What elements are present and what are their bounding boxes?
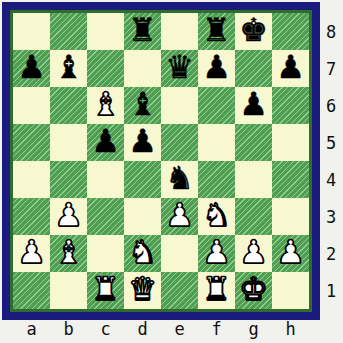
piece-black-queen: ♛ bbox=[165, 50, 194, 86]
file-label-a: a bbox=[13, 318, 50, 340]
square-h2[interactable]: ♟ bbox=[272, 235, 309, 272]
square-f8[interactable]: ♜ bbox=[198, 13, 235, 50]
piece-black-rook: ♜ bbox=[202, 13, 231, 49]
square-g2[interactable]: ♟ bbox=[235, 235, 272, 272]
rank-label-3: 3 bbox=[321, 198, 341, 235]
file-label-f: f bbox=[198, 318, 235, 340]
square-d4[interactable] bbox=[124, 161, 161, 198]
square-b3[interactable]: ♟ bbox=[50, 198, 87, 235]
piece-white-pawn: ♟ bbox=[165, 198, 194, 234]
piece-black-pawn: ♟ bbox=[128, 124, 157, 160]
square-f7[interactable]: ♟ bbox=[198, 50, 235, 87]
file-label-h: h bbox=[272, 318, 309, 340]
square-a7[interactable]: ♟ bbox=[13, 50, 50, 87]
piece-white-bishop: ♝ bbox=[54, 235, 83, 271]
rank-label-7: 7 bbox=[321, 50, 341, 87]
square-e4[interactable]: ♞ bbox=[161, 161, 198, 198]
square-c1[interactable]: ♜ bbox=[87, 272, 124, 309]
square-f1[interactable]: ♜ bbox=[198, 272, 235, 309]
square-c3[interactable] bbox=[87, 198, 124, 235]
square-g4[interactable] bbox=[235, 161, 272, 198]
square-b7[interactable]: ♝ bbox=[50, 50, 87, 87]
square-e1[interactable] bbox=[161, 272, 198, 309]
piece-white-bishop: ♝ bbox=[91, 87, 120, 123]
piece-white-knight: ♞ bbox=[128, 235, 157, 271]
piece-black-pawn: ♟ bbox=[239, 87, 268, 123]
rank-label-4: 4 bbox=[321, 161, 341, 198]
square-g6[interactable]: ♟ bbox=[235, 87, 272, 124]
chess-diagram: ♜♜♚♟♝♛♟♟♝♝♟♟♟♞♟♟♞♟♝♞♟♟♟♜♛♜♚ abcdefgh 876… bbox=[0, 0, 343, 343]
rank-labels: 87654321 bbox=[321, 13, 341, 309]
square-b5[interactable] bbox=[50, 124, 87, 161]
piece-white-rook: ♜ bbox=[91, 272, 120, 308]
square-f5[interactable] bbox=[198, 124, 235, 161]
square-a5[interactable] bbox=[13, 124, 50, 161]
rank-label-2: 2 bbox=[321, 235, 341, 272]
file-label-b: b bbox=[50, 318, 87, 340]
piece-black-pawn: ♟ bbox=[17, 50, 46, 86]
square-h7[interactable]: ♟ bbox=[272, 50, 309, 87]
piece-black-pawn: ♟ bbox=[276, 50, 305, 86]
square-e7[interactable]: ♛ bbox=[161, 50, 198, 87]
square-a2[interactable]: ♟ bbox=[13, 235, 50, 272]
square-e2[interactable] bbox=[161, 235, 198, 272]
square-d2[interactable]: ♞ bbox=[124, 235, 161, 272]
square-e6[interactable] bbox=[161, 87, 198, 124]
piece-white-pawn: ♟ bbox=[202, 235, 231, 271]
square-d1[interactable]: ♛ bbox=[124, 272, 161, 309]
square-a1[interactable] bbox=[13, 272, 50, 309]
square-b1[interactable] bbox=[50, 272, 87, 309]
rank-label-6: 6 bbox=[321, 87, 341, 124]
square-h5[interactable] bbox=[272, 124, 309, 161]
square-b8[interactable] bbox=[50, 13, 87, 50]
piece-black-rook: ♜ bbox=[128, 13, 157, 49]
square-a8[interactable] bbox=[13, 13, 50, 50]
piece-black-pawn: ♟ bbox=[202, 50, 231, 86]
piece-white-rook: ♜ bbox=[202, 272, 231, 308]
square-e3[interactable]: ♟ bbox=[161, 198, 198, 235]
square-c5[interactable]: ♟ bbox=[87, 124, 124, 161]
file-label-e: e bbox=[161, 318, 198, 340]
square-f3[interactable]: ♞ bbox=[198, 198, 235, 235]
square-c2[interactable] bbox=[87, 235, 124, 272]
square-b2[interactable]: ♝ bbox=[50, 235, 87, 272]
square-d8[interactable]: ♜ bbox=[124, 13, 161, 50]
square-h1[interactable] bbox=[272, 272, 309, 309]
square-b4[interactable] bbox=[50, 161, 87, 198]
square-c6[interactable]: ♝ bbox=[87, 87, 124, 124]
square-h4[interactable] bbox=[272, 161, 309, 198]
square-d6[interactable]: ♝ bbox=[124, 87, 161, 124]
piece-white-pawn: ♟ bbox=[276, 235, 305, 271]
square-f6[interactable] bbox=[198, 87, 235, 124]
square-f4[interactable] bbox=[198, 161, 235, 198]
square-g5[interactable] bbox=[235, 124, 272, 161]
square-c4[interactable] bbox=[87, 161, 124, 198]
square-d7[interactable] bbox=[124, 50, 161, 87]
piece-white-queen: ♛ bbox=[128, 272, 157, 308]
board-frame: ♜♜♚♟♝♛♟♟♝♝♟♟♟♞♟♟♞♟♝♞♟♟♟♜♛♜♚ bbox=[2, 2, 320, 320]
square-g3[interactable] bbox=[235, 198, 272, 235]
square-b6[interactable] bbox=[50, 87, 87, 124]
square-a3[interactable] bbox=[13, 198, 50, 235]
square-d5[interactable]: ♟ bbox=[124, 124, 161, 161]
square-f2[interactable]: ♟ bbox=[198, 235, 235, 272]
square-h8[interactable] bbox=[272, 13, 309, 50]
file-labels: abcdefgh bbox=[13, 318, 309, 340]
piece-black-knight: ♞ bbox=[165, 161, 194, 197]
board-grid: ♜♜♚♟♝♛♟♟♝♝♟♟♟♞♟♟♞♟♝♞♟♟♟♜♛♜♚ bbox=[13, 13, 309, 309]
piece-black-bishop: ♝ bbox=[128, 87, 157, 123]
board-inner-border: ♜♜♚♟♝♛♟♟♝♝♟♟♟♞♟♟♞♟♝♞♟♟♟♜♛♜♚ bbox=[10, 10, 312, 312]
rank-label-5: 5 bbox=[321, 124, 341, 161]
piece-black-bishop: ♝ bbox=[54, 50, 83, 86]
square-e5[interactable] bbox=[161, 124, 198, 161]
piece-white-pawn: ♟ bbox=[239, 235, 268, 271]
piece-white-knight: ♞ bbox=[202, 198, 231, 234]
square-h3[interactable] bbox=[272, 198, 309, 235]
piece-white-king: ♚ bbox=[239, 272, 268, 308]
square-a6[interactable] bbox=[13, 87, 50, 124]
square-d3[interactable] bbox=[124, 198, 161, 235]
square-g1[interactable]: ♚ bbox=[235, 272, 272, 309]
square-a4[interactable] bbox=[13, 161, 50, 198]
square-c8[interactable] bbox=[87, 13, 124, 50]
piece-black-pawn: ♟ bbox=[91, 124, 120, 160]
square-g7[interactable] bbox=[235, 50, 272, 87]
piece-black-king: ♚ bbox=[239, 13, 268, 49]
file-label-g: g bbox=[235, 318, 272, 340]
square-g8[interactable]: ♚ bbox=[235, 13, 272, 50]
square-e8[interactable] bbox=[161, 13, 198, 50]
file-label-d: d bbox=[124, 318, 161, 340]
piece-white-pawn: ♟ bbox=[17, 235, 46, 271]
piece-white-pawn: ♟ bbox=[54, 198, 83, 234]
rank-label-8: 8 bbox=[321, 13, 341, 50]
rank-label-1: 1 bbox=[321, 272, 341, 309]
file-label-c: c bbox=[87, 318, 124, 340]
square-c7[interactable] bbox=[87, 50, 124, 87]
square-h6[interactable] bbox=[272, 87, 309, 124]
